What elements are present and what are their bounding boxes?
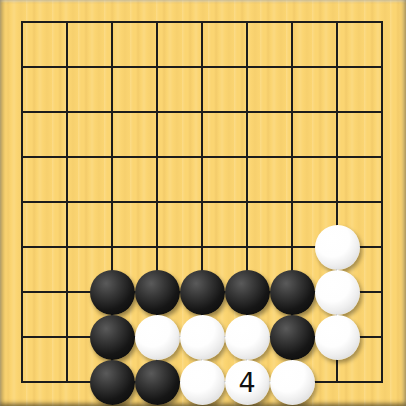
board-intersection[interactable] <box>135 360 180 405</box>
board-intersection[interactable] <box>180 90 225 135</box>
grid-line-horizontal <box>360 111 384 113</box>
grid-line-vertical <box>336 90 338 135</box>
grid-line-vertical <box>21 21 23 45</box>
board-intersection[interactable] <box>270 360 315 405</box>
white-stone <box>180 315 225 360</box>
white-stone <box>270 360 315 405</box>
black-stone <box>90 360 135 405</box>
board-intersection[interactable] <box>315 0 360 45</box>
board-intersection[interactable] <box>180 270 225 315</box>
board-intersection[interactable] <box>225 0 270 45</box>
board-intersection[interactable] <box>360 180 405 225</box>
board-intersection[interactable] <box>315 360 360 405</box>
grid-line-vertical <box>291 225 293 270</box>
board-intersection[interactable] <box>135 45 180 90</box>
board-intersection[interactable] <box>90 0 135 45</box>
black-stone <box>270 270 315 315</box>
grid-line-horizontal <box>21 111 45 113</box>
grid-line-vertical <box>21 135 23 180</box>
grid-line-vertical <box>381 315 383 360</box>
board-intersection[interactable]: 4 <box>225 360 270 405</box>
board-intersection[interactable] <box>270 180 315 225</box>
board-intersection[interactable] <box>90 315 135 360</box>
board-intersection[interactable] <box>180 45 225 90</box>
grid-line-vertical <box>66 90 68 135</box>
grid-line-vertical <box>381 270 383 315</box>
grid-line-vertical <box>291 45 293 90</box>
grid-line-horizontal <box>360 201 384 203</box>
board-intersection[interactable] <box>90 90 135 135</box>
grid-line-vertical <box>246 180 248 225</box>
board-intersection[interactable] <box>270 135 315 180</box>
grid-line-vertical <box>156 21 158 45</box>
board-intersection[interactable] <box>0 45 45 90</box>
board-intersection[interactable] <box>225 45 270 90</box>
board-intersection[interactable] <box>360 135 405 180</box>
grid-line-vertical <box>381 135 383 180</box>
board-intersection[interactable] <box>0 315 45 360</box>
board-intersection[interactable] <box>45 270 90 315</box>
move-number-label: 4 <box>238 369 255 396</box>
board-intersection[interactable] <box>225 90 270 135</box>
board-intersection[interactable] <box>135 270 180 315</box>
grid-line-vertical <box>156 45 158 90</box>
grid-line-vertical <box>291 135 293 180</box>
board-intersection[interactable] <box>45 360 90 405</box>
board-intersection[interactable] <box>135 315 180 360</box>
grid-line-vertical <box>21 90 23 135</box>
grid-line-vertical <box>246 45 248 90</box>
grid-line-vertical <box>381 21 383 45</box>
board-intersection[interactable] <box>135 90 180 135</box>
grid-line-vertical <box>336 45 338 90</box>
board-intersection[interactable] <box>0 0 45 45</box>
board-intersection[interactable] <box>315 90 360 135</box>
grid-line-vertical <box>201 225 203 270</box>
board-intersection[interactable] <box>270 270 315 315</box>
board-intersection[interactable] <box>225 225 270 270</box>
white-stone <box>315 225 360 270</box>
grid-line-vertical <box>66 45 68 90</box>
grid-line-horizontal <box>360 246 384 248</box>
grid-line-vertical <box>201 135 203 180</box>
grid-line-vertical <box>21 180 23 225</box>
white-stone <box>180 360 225 405</box>
board-intersection[interactable] <box>0 90 45 135</box>
board-intersection[interactable] <box>360 270 405 315</box>
grid-line-horizontal <box>21 291 45 293</box>
grid-line-vertical <box>66 180 68 225</box>
white-stone <box>315 315 360 360</box>
board-intersection[interactable] <box>225 270 270 315</box>
grid-line-vertical <box>111 45 113 90</box>
grid-line-vertical <box>201 21 203 45</box>
grid-line-horizontal <box>21 156 45 158</box>
board-intersection[interactable] <box>0 270 45 315</box>
grid-line-vertical <box>291 21 293 45</box>
board-intersection[interactable] <box>315 225 360 270</box>
grid-line-vertical <box>336 180 338 225</box>
grid-line-vertical <box>156 135 158 180</box>
board-intersection[interactable] <box>90 45 135 90</box>
grid-line-vertical <box>336 360 338 384</box>
grid-line-vertical <box>21 315 23 360</box>
board-intersection[interactable] <box>360 45 405 90</box>
board-intersection[interactable] <box>180 180 225 225</box>
board-intersection[interactable] <box>315 45 360 90</box>
board-intersection[interactable] <box>45 45 90 90</box>
board-intersection[interactable] <box>360 90 405 135</box>
grid-line-vertical <box>246 21 248 45</box>
board-intersection[interactable] <box>180 360 225 405</box>
board-intersection[interactable] <box>315 315 360 360</box>
board-intersection[interactable] <box>0 360 45 405</box>
grid-line-horizontal <box>360 21 384 23</box>
grid-line-vertical <box>66 225 68 270</box>
board-intersection[interactable] <box>225 135 270 180</box>
board-intersection[interactable] <box>180 135 225 180</box>
grid-line-vertical <box>201 180 203 225</box>
grid-line-vertical <box>66 135 68 180</box>
board-intersection[interactable] <box>270 0 315 45</box>
board-intersection[interactable] <box>90 135 135 180</box>
board-intersection[interactable] <box>135 225 180 270</box>
board-intersection[interactable] <box>180 0 225 45</box>
grid-line-vertical <box>21 360 23 384</box>
grid-line-vertical <box>381 45 383 90</box>
grid-line-horizontal <box>360 156 384 158</box>
board-intersection[interactable] <box>45 0 90 45</box>
grid-line-vertical <box>66 360 68 384</box>
board-intersection[interactable] <box>270 90 315 135</box>
white-stone: 4 <box>225 360 270 405</box>
grid-line-vertical <box>156 225 158 270</box>
board-intersection[interactable] <box>225 180 270 225</box>
board-intersection[interactable] <box>180 225 225 270</box>
go-board: 4 <box>0 0 405 405</box>
black-stone <box>90 315 135 360</box>
board-intersection[interactable] <box>360 360 405 405</box>
white-stone <box>315 270 360 315</box>
grid-line-vertical <box>381 90 383 135</box>
board-intersection[interactable] <box>90 225 135 270</box>
grid-line-horizontal <box>21 336 45 338</box>
grid-line-horizontal <box>21 66 45 68</box>
grid-line-vertical <box>201 45 203 90</box>
board-intersection[interactable] <box>360 0 405 45</box>
board-intersection[interactable] <box>45 315 90 360</box>
grid-line-vertical <box>381 360 383 384</box>
board-intersection[interactable] <box>270 225 315 270</box>
grid-line-vertical <box>156 180 158 225</box>
grid-line-horizontal <box>360 336 384 338</box>
grid-line-vertical <box>66 270 68 315</box>
board-intersection[interactable] <box>270 315 315 360</box>
board-intersection[interactable] <box>135 135 180 180</box>
board-intersection[interactable] <box>180 315 225 360</box>
grid-line-horizontal <box>360 291 384 293</box>
grid-line-horizontal <box>21 201 45 203</box>
grid-line-vertical <box>291 90 293 135</box>
grid-line-vertical <box>21 225 23 270</box>
board-intersection[interactable] <box>225 315 270 360</box>
grid-line-vertical <box>291 180 293 225</box>
grid-line-vertical <box>381 180 383 225</box>
board-intersection[interactable] <box>0 135 45 180</box>
grid-line-vertical <box>111 21 113 45</box>
grid-line-vertical <box>66 315 68 360</box>
black-stone <box>180 270 225 315</box>
grid-line-vertical <box>111 225 113 270</box>
grid-line-horizontal <box>21 21 45 23</box>
grid-line-vertical <box>156 90 158 135</box>
board-intersection[interactable] <box>90 180 135 225</box>
black-stone <box>90 270 135 315</box>
grid-line-vertical <box>111 180 113 225</box>
board-intersection[interactable] <box>45 135 90 180</box>
grid-line-vertical <box>21 45 23 90</box>
black-stone <box>270 315 315 360</box>
board-intersection[interactable] <box>45 180 90 225</box>
board-intersection[interactable] <box>315 180 360 225</box>
board-intersection[interactable] <box>90 360 135 405</box>
goban: 4 <box>0 0 406 406</box>
board-intersection[interactable] <box>360 315 405 360</box>
grid-line-vertical <box>111 135 113 180</box>
black-stone <box>135 360 180 405</box>
board-intersection[interactable] <box>45 225 90 270</box>
board-intersection[interactable] <box>360 225 405 270</box>
board-intersection[interactable] <box>135 180 180 225</box>
grid-line-vertical <box>111 90 113 135</box>
board-intersection[interactable] <box>0 180 45 225</box>
grid-line-horizontal <box>360 66 384 68</box>
grid-line-vertical <box>66 21 68 45</box>
grid-line-horizontal <box>360 381 384 383</box>
grid-line-vertical <box>21 270 23 315</box>
grid-line-horizontal <box>21 246 45 248</box>
board-intersection[interactable] <box>0 225 45 270</box>
board-intersection[interactable] <box>135 0 180 45</box>
grid-line-vertical <box>246 90 248 135</box>
grid-line-vertical <box>201 90 203 135</box>
black-stone <box>225 270 270 315</box>
board-intersection[interactable] <box>45 90 90 135</box>
board-intersection[interactable] <box>315 270 360 315</box>
grid-line-vertical <box>336 21 338 45</box>
board-intersection[interactable] <box>90 270 135 315</box>
board-intersection[interactable] <box>315 135 360 180</box>
grid-line-vertical <box>381 225 383 270</box>
grid-line-vertical <box>336 135 338 180</box>
black-stone <box>135 270 180 315</box>
white-stone <box>225 315 270 360</box>
board-intersection[interactable] <box>270 45 315 90</box>
grid-line-vertical <box>246 225 248 270</box>
white-stone <box>135 315 180 360</box>
grid-line-horizontal <box>21 381 45 383</box>
grid-line-vertical <box>246 135 248 180</box>
